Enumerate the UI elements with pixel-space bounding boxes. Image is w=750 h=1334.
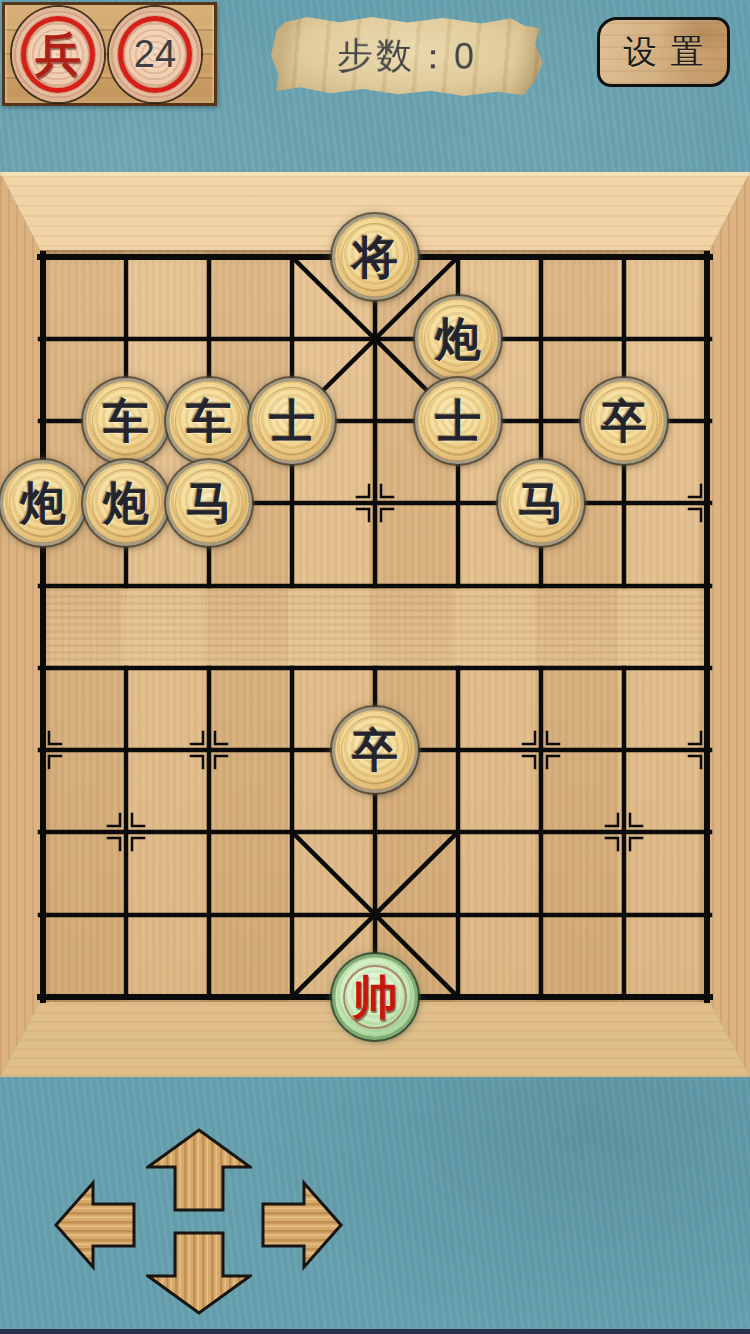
- game-screen: 兵 24 步数：0 设置 将炮车车士士卒炮炮马马卒帅: [0, 0, 750, 1334]
- piece-炮[interactable]: 炮: [418, 299, 498, 379]
- piece-卒[interactable]: 卒: [584, 381, 664, 461]
- level-piece-character: 兵: [35, 24, 81, 86]
- piece-character: 马: [518, 480, 564, 526]
- piece-character: 炮: [20, 480, 66, 526]
- piece-character: 士: [269, 398, 315, 444]
- piece-车[interactable]: 车: [86, 381, 166, 461]
- piece-士[interactable]: 士: [252, 381, 332, 461]
- bottom-bar: [0, 1329, 750, 1334]
- piece-炮[interactable]: 炮: [3, 463, 83, 543]
- level-number-token: 24: [109, 7, 201, 102]
- move-counter: 步数：0: [270, 14, 543, 98]
- move-counter-text: 步数：0: [337, 31, 478, 82]
- piece-character: 将: [352, 234, 398, 280]
- dpad-up-arrow[interactable]: [146, 1128, 252, 1212]
- piece-character: 士: [435, 398, 481, 444]
- piece-车[interactable]: 车: [169, 381, 249, 461]
- piece-character: 卒: [601, 398, 647, 444]
- piece-character: 车: [186, 398, 232, 444]
- level-piece-token: 兵: [12, 7, 104, 102]
- dpad-down-arrow[interactable]: [146, 1231, 252, 1315]
- piece-帅[interactable]: 帅: [335, 957, 415, 1037]
- piece-character: 卒: [352, 727, 398, 773]
- dpad-right-arrow[interactable]: [261, 1174, 343, 1276]
- board-grid: [0, 172, 750, 1077]
- piece-character: 车: [103, 398, 149, 444]
- piece-character: 炮: [103, 480, 149, 526]
- settings-button-label: 设置: [624, 30, 718, 75]
- level-number: 24: [134, 33, 176, 76]
- level-badge: 兵 24: [2, 2, 217, 106]
- piece-马[interactable]: 马: [501, 463, 581, 543]
- piece-士[interactable]: 士: [418, 381, 498, 461]
- piece-character: 帅: [352, 974, 398, 1020]
- piece-马[interactable]: 马: [169, 463, 249, 543]
- xiangqi-board[interactable]: 将炮车车士士卒炮炮马马卒帅: [0, 172, 750, 1077]
- dpad-left-arrow[interactable]: [54, 1174, 136, 1276]
- settings-button[interactable]: 设置: [597, 17, 730, 87]
- piece-character: 马: [186, 480, 232, 526]
- piece-卒[interactable]: 卒: [335, 710, 415, 790]
- piece-将[interactable]: 将: [335, 217, 415, 297]
- piece-炮[interactable]: 炮: [86, 463, 166, 543]
- piece-character: 炮: [435, 316, 481, 362]
